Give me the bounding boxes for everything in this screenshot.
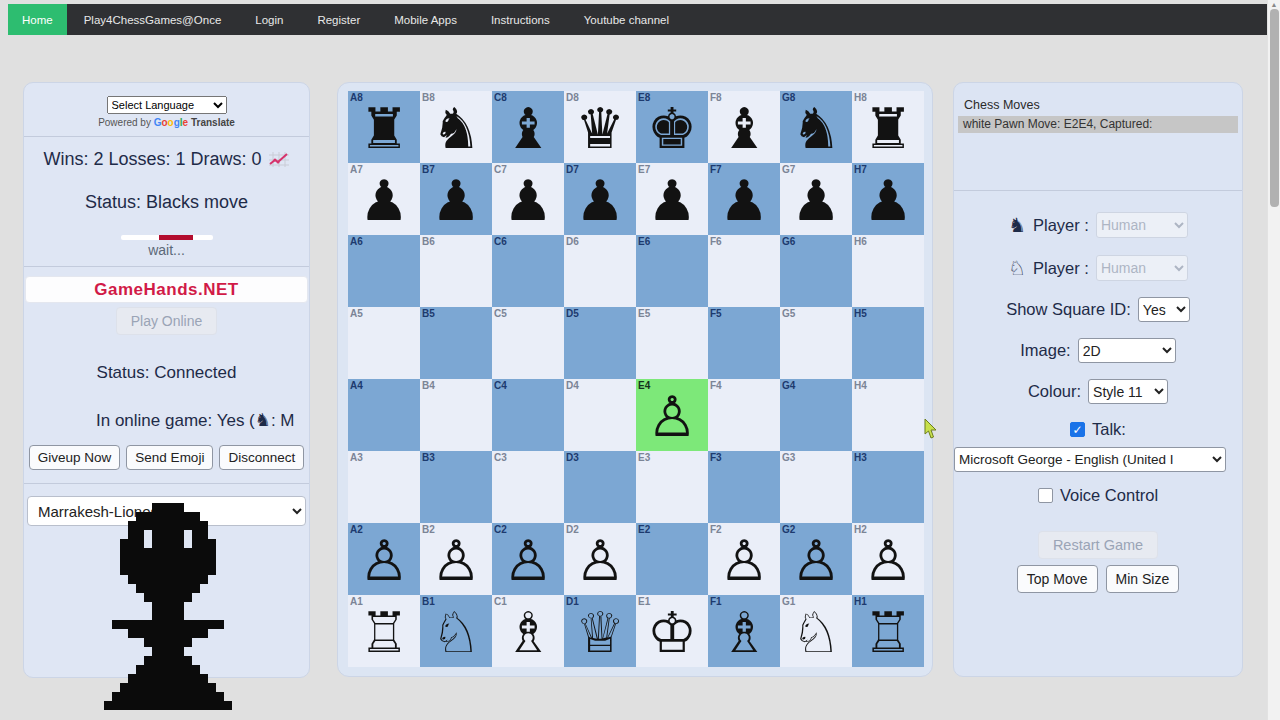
square-A6[interactable]: A6: [348, 235, 420, 307]
giveup-now-button[interactable]: Giveup Now: [29, 445, 121, 470]
square-A3[interactable]: A3: [348, 451, 420, 523]
square-H3[interactable]: H3: [852, 451, 924, 523]
square-B1[interactable]: B1♘: [420, 595, 492, 667]
square-F8[interactable]: F8♝: [708, 91, 780, 163]
play-online-button: Play Online: [116, 307, 218, 335]
square-D8[interactable]: D8♛: [564, 91, 636, 163]
top-navbar: Home Play4ChessGames@Once Login Register…: [8, 4, 1267, 35]
square-E1[interactable]: E1♔: [636, 595, 708, 667]
scrollbar-up-icon[interactable]: ▲: [1268, 1, 1280, 8]
square-id-label: B3: [422, 452, 435, 463]
square-id-label: H8: [854, 92, 867, 103]
black-king-piece[interactable]: ♚: [647, 101, 697, 157]
talk-label: Talk:: [1092, 420, 1126, 439]
square-id-label: G8: [782, 92, 795, 103]
wait-progress-bar: [121, 235, 213, 240]
square-id-label: H3: [854, 452, 867, 463]
white-player-label: Player :: [1033, 259, 1089, 278]
square-B2[interactable]: B2♙: [420, 523, 492, 595]
white-knight-piece[interactable]: ♘: [431, 605, 481, 661]
square-D1[interactable]: D1♕: [564, 595, 636, 667]
square-id-label: C5: [494, 308, 507, 319]
square-C5[interactable]: C5: [492, 307, 564, 379]
square-id-label: E1: [638, 596, 650, 607]
white-pawn-piece[interactable]: ♙: [431, 533, 481, 589]
square-C4[interactable]: C4: [492, 379, 564, 451]
image-label: Image:: [1020, 341, 1070, 360]
square-id-label: E2: [638, 524, 650, 535]
square-id-label: G2: [782, 524, 795, 535]
square-id-label: F8: [710, 92, 722, 103]
send-emoji-button[interactable]: Send Emoji: [126, 445, 213, 470]
talk-checkbox[interactable]: ✓: [1070, 422, 1085, 437]
square-id-label: E8: [638, 92, 650, 103]
square-id-label: F5: [710, 308, 722, 319]
square-id-label: B8: [422, 92, 435, 103]
square-id-label: H4: [854, 380, 867, 391]
white-pawn-piece[interactable]: ♙: [719, 533, 769, 589]
square-id-label: D3: [566, 452, 579, 463]
square-H8[interactable]: H8♜: [852, 91, 924, 163]
google-logo: Google: [154, 117, 188, 128]
square-id-label: D7: [566, 164, 579, 175]
white-knight-piece[interactable]: ♘: [791, 605, 841, 661]
right-panel: Chess Moves white Pawn Move: E2E4, Captu…: [953, 82, 1243, 677]
black-player-select[interactable]: Human: [1096, 212, 1188, 238]
square-D2[interactable]: D2♙: [564, 523, 636, 595]
square-id-label: D4: [566, 380, 579, 391]
square-id-label: G7: [782, 164, 795, 175]
white-pawn-piece[interactable]: ♙: [575, 533, 625, 589]
square-id-label: D1: [566, 596, 579, 607]
square-D6[interactable]: D6: [564, 235, 636, 307]
score-line: Wins: 2 Losses: 1 Draws: 0: [24, 149, 309, 170]
white-pawn-piece[interactable]: ♙: [647, 389, 697, 445]
square-id-label: E4: [638, 380, 650, 391]
square-C2[interactable]: C2♙: [492, 523, 564, 595]
square-E3[interactable]: E3: [636, 451, 708, 523]
black-pawn-piece[interactable]: ♟: [431, 173, 481, 229]
google-translate-attribution: Powered by Google Translate: [24, 117, 309, 128]
square-id-label: F1: [710, 596, 722, 607]
voice-select[interactable]: Microsoft George - English (United I: [954, 447, 1226, 472]
square-id-label: A8: [350, 92, 363, 103]
brand-banner[interactable]: GameHands.NET: [25, 276, 308, 303]
square-E2[interactable]: E2: [636, 523, 708, 595]
black-pawn-piece[interactable]: ♟: [647, 173, 697, 229]
square-F5[interactable]: F5: [708, 307, 780, 379]
black-knight-piece[interactable]: ♞: [791, 101, 841, 157]
voice-control-checkbox[interactable]: [1038, 488, 1053, 503]
square-F7[interactable]: F7♟: [708, 163, 780, 235]
square-D7[interactable]: D7♟: [564, 163, 636, 235]
white-pawn-piece[interactable]: ♙: [863, 533, 913, 589]
nav-item-home[interactable]: Home: [8, 4, 67, 35]
square-id-label: B2: [422, 524, 435, 535]
nav-item-play4chessgames[interactable]: Play4ChessGames@Once: [67, 4, 239, 35]
square-G7[interactable]: G7♟: [780, 163, 852, 235]
square-id-label: A3: [350, 452, 363, 463]
colour-select[interactable]: Style 11: [1088, 379, 1168, 404]
square-E4[interactable]: E4♙: [636, 379, 708, 451]
black-knight-icon: ♞: [255, 409, 271, 430]
chess-board[interactable]: A8♜B8♞C8♝D8♛E8♚F8♝G8♞H8♜A7♟B7♟C7♟D7♟E7♟F…: [348, 91, 924, 667]
square-id-label: E6: [638, 236, 650, 247]
square-H7[interactable]: H7♟: [852, 163, 924, 235]
black-bishop-piece[interactable]: ♝: [503, 101, 553, 157]
square-F2[interactable]: F2♙: [708, 523, 780, 595]
square-H4[interactable]: H4: [852, 379, 924, 451]
page-scrollbar[interactable]: ▲: [1267, 0, 1280, 720]
online-game-text: In online game: Yes (♞: M: [24, 409, 309, 431]
square-id-label: B4: [422, 380, 435, 391]
square-D5[interactable]: D5: [564, 307, 636, 379]
black-pawn-piece[interactable]: ♟: [791, 173, 841, 229]
black-knight-piece[interactable]: ♞: [431, 101, 481, 157]
square-E8[interactable]: E8♚: [636, 91, 708, 163]
status-move-text: Status: Blacks move: [24, 192, 309, 213]
white-bishop-piece[interactable]: ♗: [719, 605, 769, 661]
square-G2[interactable]: G2♙: [780, 523, 852, 595]
white-rook-piece[interactable]: ♖: [359, 605, 409, 661]
square-G3[interactable]: G3: [780, 451, 852, 523]
square-D3[interactable]: D3: [564, 451, 636, 523]
black-pawn-piece[interactable]: ♟: [575, 173, 625, 229]
language-select[interactable]: Select Language: [107, 96, 227, 114]
square-id-label: H7: [854, 164, 867, 175]
square-id-label: B6: [422, 236, 435, 247]
square-id-label: F6: [710, 236, 722, 247]
square-id-label: A6: [350, 236, 363, 247]
square-id-label: F7: [710, 164, 722, 175]
square-F3[interactable]: F3: [708, 451, 780, 523]
square-id-label: C8: [494, 92, 507, 103]
show-square-id-label: Show Square ID:: [1006, 300, 1131, 319]
white-knight-icon: ♘: [1008, 256, 1026, 280]
white-player-select[interactable]: Human: [1096, 255, 1188, 281]
top-move-button[interactable]: Top Move: [1017, 565, 1098, 593]
square-id-label: G6: [782, 236, 795, 247]
square-id-label: C2: [494, 524, 507, 535]
square-id-label: G1: [782, 596, 795, 607]
square-id-label: A7: [350, 164, 363, 175]
square-A4[interactable]: A4: [348, 379, 420, 451]
black-knight-icon: ♞: [1008, 213, 1026, 237]
chess-moves-title: Chess Moves: [964, 98, 1242, 112]
square-id-label: D5: [566, 308, 579, 319]
white-rook-piece[interactable]: ♖: [863, 605, 913, 661]
square-id-label: G3: [782, 452, 795, 463]
nav-item-register[interactable]: Register: [300, 4, 377, 35]
square-G5[interactable]: G5: [780, 307, 852, 379]
square-id-label: C7: [494, 164, 507, 175]
square-H5[interactable]: H5: [852, 307, 924, 379]
square-id-label: F4: [710, 380, 722, 391]
square-B7[interactable]: B7♟: [420, 163, 492, 235]
square-id-label: D8: [566, 92, 579, 103]
black-rook-piece[interactable]: ♜: [359, 101, 409, 157]
square-C1[interactable]: C1♗: [492, 595, 564, 667]
square-A5[interactable]: A5: [348, 307, 420, 379]
voice-control-label: Voice Control: [1060, 486, 1158, 505]
square-A1[interactable]: A1♖: [348, 595, 420, 667]
square-G8[interactable]: G8♞: [780, 91, 852, 163]
square-id-label: D6: [566, 236, 579, 247]
square-id-label: E3: [638, 452, 650, 463]
square-id-label: C1: [494, 596, 507, 607]
wait-text: wait...: [24, 242, 309, 258]
square-id-label: H5: [854, 308, 867, 319]
square-H1[interactable]: H1♖: [852, 595, 924, 667]
nav-item-instructions[interactable]: Instructions: [474, 4, 567, 35]
black-player-label: Player :: [1033, 216, 1089, 235]
white-bishop-piece[interactable]: ♗: [503, 605, 553, 661]
restart-game-button: Restart Game: [1038, 531, 1158, 559]
left-panel: Select Language Powered by Google Transl…: [23, 82, 310, 678]
square-B5[interactable]: B5: [420, 307, 492, 379]
square-A7[interactable]: A7♟: [348, 163, 420, 235]
square-id-label: B5: [422, 308, 435, 319]
square-id-label: F3: [710, 452, 722, 463]
square-E7[interactable]: E7♟: [636, 163, 708, 235]
square-F6[interactable]: F6: [708, 235, 780, 307]
mouse-cursor-icon: [924, 419, 938, 439]
disconnect-button[interactable]: Disconnect: [219, 445, 304, 470]
status-connected-text: Status: Connected: [24, 363, 309, 383]
square-id-label: G5: [782, 308, 795, 319]
black-rook-piece[interactable]: ♜: [863, 101, 913, 157]
black-queen-piece[interactable]: ♛: [575, 101, 625, 157]
square-E6[interactable]: E6: [636, 235, 708, 307]
black-pawn-piece[interactable]: ♟: [359, 173, 409, 229]
scrollbar-thumb[interactable]: [1270, 9, 1279, 207]
colour-label: Colour:: [1028, 382, 1081, 401]
square-id-label: A1: [350, 596, 363, 607]
square-id-label: F2: [710, 524, 722, 535]
board-panel: A8♜B8♞C8♝D8♛E8♚F8♝G8♞H8♜A7♟B7♟C7♟D7♟E7♟F…: [337, 82, 933, 677]
square-id-label: B7: [422, 164, 435, 175]
square-id-label: A2: [350, 524, 363, 535]
square-C7[interactable]: C7♟: [492, 163, 564, 235]
square-id-label: C6: [494, 236, 507, 247]
square-id-label: C4: [494, 380, 507, 391]
min-size-button[interactable]: Min Size: [1106, 565, 1180, 593]
nav-item-mobile-apps[interactable]: Mobile Apps: [377, 4, 474, 35]
square-B4[interactable]: B4: [420, 379, 492, 451]
square-G4[interactable]: G4: [780, 379, 852, 451]
black-bishop-piece[interactable]: ♝: [719, 101, 769, 157]
square-id-label: C3: [494, 452, 507, 463]
nav-item-login[interactable]: Login: [238, 4, 300, 35]
pawn-avatar-image: [104, 503, 232, 710]
square-F4[interactable]: F4: [708, 379, 780, 451]
square-B8[interactable]: B8♞: [420, 91, 492, 163]
square-E5[interactable]: E5: [636, 307, 708, 379]
nav-item-youtube-channel[interactable]: Youtube channel: [567, 4, 686, 35]
square-id-label: A4: [350, 380, 363, 391]
square-id-label: E7: [638, 164, 650, 175]
square-G1[interactable]: G1♘: [780, 595, 852, 667]
square-id-label: B1: [422, 596, 435, 607]
square-A2[interactable]: A2♙: [348, 523, 420, 595]
square-id-label: A5: [350, 308, 363, 319]
square-C6[interactable]: C6: [492, 235, 564, 307]
square-H6[interactable]: H6: [852, 235, 924, 307]
black-pawn-piece[interactable]: ♟: [719, 173, 769, 229]
square-C8[interactable]: C8♝: [492, 91, 564, 163]
square-G6[interactable]: G6: [780, 235, 852, 307]
square-id-label: E5: [638, 308, 650, 319]
white-pawn-piece[interactable]: ♙: [359, 533, 409, 589]
square-id-label: D2: [566, 524, 579, 535]
square-C3[interactable]: C3: [492, 451, 564, 523]
black-pawn-piece[interactable]: ♟: [863, 173, 913, 229]
white-king-piece[interactable]: ♔: [647, 605, 697, 661]
square-A8[interactable]: A8♜: [348, 91, 420, 163]
square-B6[interactable]: B6: [420, 235, 492, 307]
move-status-bar: white Pawn Move: E2E4, Captured:: [958, 116, 1238, 133]
square-id-label: H1: [854, 596, 867, 607]
black-pawn-piece[interactable]: ♟: [503, 173, 553, 229]
square-id-label: H2: [854, 524, 867, 535]
white-pawn-piece[interactable]: ♙: [503, 533, 553, 589]
image-select[interactable]: 2D: [1078, 338, 1176, 363]
square-id-label: G4: [782, 380, 795, 391]
square-F1[interactable]: F1♗: [708, 595, 780, 667]
square-H2[interactable]: H2♙: [852, 523, 924, 595]
square-D4[interactable]: D4: [564, 379, 636, 451]
show-square-id-select[interactable]: Yes: [1138, 297, 1190, 322]
square-B3[interactable]: B3: [420, 451, 492, 523]
square-id-label: H6: [854, 236, 867, 247]
white-queen-piece[interactable]: ♕: [575, 605, 625, 661]
white-pawn-piece[interactable]: ♙: [791, 533, 841, 589]
stats-chart-icon[interactable]: [268, 151, 290, 168]
